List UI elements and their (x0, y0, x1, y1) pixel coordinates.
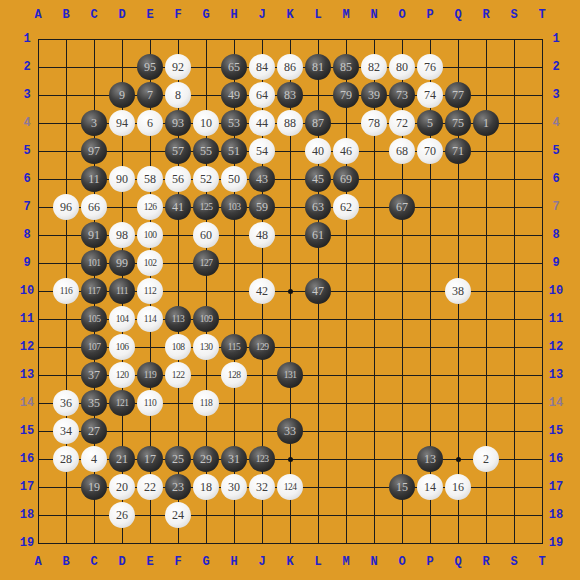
stone-white-108-F12: 108 (165, 334, 191, 360)
goban[interactable]: AABBCCDDEEFFGGHHJJKKLLMMNNOOPPQQRRSSTT11… (0, 0, 580, 580)
stone-black-23-F17: 23 (165, 474, 191, 500)
stone-black-5-P4: 5 (417, 110, 443, 136)
stone-white-122-F13: 122 (165, 362, 191, 388)
stone-black-61-L8: 61 (305, 222, 331, 248)
stone-white-126-E7: 126 (137, 194, 163, 220)
row-label-right-7: 7 (544, 200, 568, 214)
stone-white-36-B14: 36 (53, 390, 79, 416)
stone-white-22-E17: 22 (137, 474, 163, 500)
stone-black-75-Q4: 75 (445, 110, 471, 136)
stone-white-102-E9: 102 (137, 250, 163, 276)
row-label-right-15: 15 (544, 424, 568, 438)
stone-white-2-R16: 2 (473, 446, 499, 472)
stone-white-14-P17: 14 (417, 474, 443, 500)
row-label-left-19: 19 (15, 536, 39, 550)
stone-white-78-N4: 78 (361, 110, 387, 136)
row-label-right-3: 3 (544, 88, 568, 102)
stone-white-16-Q17: 16 (445, 474, 471, 500)
stone-black-69-M6: 69 (333, 166, 359, 192)
stone-white-52-G6: 52 (193, 166, 219, 192)
row-label-right-9: 9 (544, 256, 568, 270)
stone-black-107-C12: 107 (81, 334, 107, 360)
stone-black-81-L2: 81 (305, 54, 331, 80)
stone-white-34-B15: 34 (53, 418, 79, 444)
stone-white-96-B7: 96 (53, 194, 79, 220)
stone-black-97-C5: 97 (81, 138, 107, 164)
row-label-right-5: 5 (544, 144, 568, 158)
stone-black-35-C14: 35 (81, 390, 107, 416)
col-label-bottom-N: N (362, 555, 386, 569)
col-label-top-P: P (418, 8, 442, 22)
stone-white-46-M5: 46 (333, 138, 359, 164)
col-label-bottom-S: S (502, 555, 526, 569)
stone-black-21-D16: 21 (109, 446, 135, 472)
stone-white-54-J5: 54 (249, 138, 275, 164)
col-label-bottom-D: D (110, 555, 134, 569)
stone-black-63-L7: 63 (305, 194, 331, 220)
stone-white-8-F3: 8 (165, 82, 191, 108)
stone-white-48-J8: 48 (249, 222, 275, 248)
stone-black-19-C17: 19 (81, 474, 107, 500)
col-label-bottom-K: K (278, 555, 302, 569)
stone-black-13-P16: 13 (417, 446, 443, 472)
stone-black-55-G5: 55 (193, 138, 219, 164)
row-label-left-16: 16 (15, 452, 39, 466)
col-label-bottom-O: O (390, 555, 414, 569)
stone-black-115-H12: 115 (221, 334, 247, 360)
col-label-top-F: F (166, 8, 190, 22)
row-label-left-17: 17 (15, 480, 39, 494)
stone-white-60-G8: 60 (193, 222, 219, 248)
stone-black-67-O7: 67 (389, 194, 415, 220)
stone-black-39-N3: 39 (361, 82, 387, 108)
stone-black-43-J6: 43 (249, 166, 275, 192)
stone-black-121-D14: 121 (109, 390, 135, 416)
stone-black-101-C9: 101 (81, 250, 107, 276)
col-label-top-R: R (474, 8, 498, 22)
stone-black-123-J16: 123 (249, 446, 275, 472)
stone-black-25-F16: 25 (165, 446, 191, 472)
stone-black-87-L4: 87 (305, 110, 331, 136)
stone-white-114-E11: 114 (137, 306, 163, 332)
col-label-bottom-T: T (530, 555, 554, 569)
stone-black-129-J12: 129 (249, 334, 275, 360)
stone-white-88-K4: 88 (277, 110, 303, 136)
row-label-left-10: 10 (15, 284, 39, 298)
row-label-left-14: 14 (15, 396, 39, 410)
stone-black-15-O17: 15 (389, 474, 415, 500)
stone-white-118-G14: 118 (193, 390, 219, 416)
star-point-K16 (288, 457, 293, 462)
stone-white-4-C16: 4 (81, 446, 107, 472)
stone-white-80-O2: 80 (389, 54, 415, 80)
stone-black-95-E2: 95 (137, 54, 163, 80)
row-label-right-10: 10 (544, 284, 568, 298)
row-label-left-9: 9 (15, 256, 39, 270)
stone-black-17-E16: 17 (137, 446, 163, 472)
stone-black-111-D10: 111 (109, 278, 135, 304)
stone-black-113-F11: 113 (165, 306, 191, 332)
stone-black-3-C4: 3 (81, 110, 107, 136)
stone-black-29-G16: 29 (193, 446, 219, 472)
col-label-top-S: S (502, 8, 526, 22)
col-label-top-T: T (530, 8, 554, 22)
stone-white-90-D6: 90 (109, 166, 135, 192)
stone-white-62-M7: 62 (333, 194, 359, 220)
col-label-bottom-J: J (250, 555, 274, 569)
stone-black-85-M2: 85 (333, 54, 359, 80)
stone-black-59-J7: 59 (249, 194, 275, 220)
row-label-left-7: 7 (15, 200, 39, 214)
col-label-top-L: L (306, 8, 330, 22)
row-label-right-19: 19 (544, 536, 568, 550)
stone-black-77-Q3: 77 (445, 82, 471, 108)
stone-black-93-F4: 93 (165, 110, 191, 136)
stone-white-32-J17: 32 (249, 474, 275, 500)
col-label-top-Q: Q (446, 8, 470, 22)
stone-white-56-F6: 56 (165, 166, 191, 192)
stone-white-20-D17: 20 (109, 474, 135, 500)
stone-black-131-K13: 131 (277, 362, 303, 388)
row-label-left-8: 8 (15, 228, 39, 242)
stone-black-45-L6: 45 (305, 166, 331, 192)
stone-black-9-D3: 9 (109, 82, 135, 108)
row-label-left-2: 2 (15, 60, 39, 74)
stone-black-125-G7: 125 (193, 194, 219, 220)
stone-white-106-D12: 106 (109, 334, 135, 360)
stone-white-76-P2: 76 (417, 54, 443, 80)
row-label-right-18: 18 (544, 508, 568, 522)
stone-white-26-D18: 26 (109, 502, 135, 528)
row-label-left-3: 3 (15, 88, 39, 102)
row-label-right-2: 2 (544, 60, 568, 74)
stone-white-66-C7: 66 (81, 194, 107, 220)
row-label-right-12: 12 (544, 340, 568, 354)
stone-black-103-H7: 103 (221, 194, 247, 220)
stone-black-117-C10: 117 (81, 278, 107, 304)
row-label-left-11: 11 (15, 312, 39, 326)
stone-white-72-O4: 72 (389, 110, 415, 136)
stone-black-37-C13: 37 (81, 362, 107, 388)
stone-black-83-K3: 83 (277, 82, 303, 108)
stone-white-6-E4: 6 (137, 110, 163, 136)
stone-white-44-J4: 44 (249, 110, 275, 136)
col-label-top-A: A (26, 8, 50, 22)
stone-black-47-L10: 47 (305, 278, 331, 304)
row-label-right-11: 11 (544, 312, 568, 326)
stone-black-109-G11: 109 (193, 306, 219, 332)
stone-white-10-G4: 10 (193, 110, 219, 136)
stone-black-71-Q5: 71 (445, 138, 471, 164)
stone-black-27-C15: 27 (81, 418, 107, 444)
col-label-bottom-G: G (194, 555, 218, 569)
col-label-bottom-F: F (166, 555, 190, 569)
row-label-left-15: 15 (15, 424, 39, 438)
stone-white-120-D13: 120 (109, 362, 135, 388)
stone-black-51-H5: 51 (221, 138, 247, 164)
row-label-left-4: 4 (15, 116, 39, 130)
stone-black-33-K15: 33 (277, 418, 303, 444)
row-label-left-13: 13 (15, 368, 39, 382)
stone-white-28-B16: 28 (53, 446, 79, 472)
stone-black-119-E13: 119 (137, 362, 163, 388)
stone-black-73-O3: 73 (389, 82, 415, 108)
stone-black-7-E3: 7 (137, 82, 163, 108)
stone-white-50-H6: 50 (221, 166, 247, 192)
row-label-right-16: 16 (544, 452, 568, 466)
row-label-right-1: 1 (544, 32, 568, 46)
stone-black-49-H3: 49 (221, 82, 247, 108)
col-label-bottom-M: M (334, 555, 358, 569)
stone-white-110-E14: 110 (137, 390, 163, 416)
stone-white-98-D8: 98 (109, 222, 135, 248)
stone-black-105-C11: 105 (81, 306, 107, 332)
stone-white-92-F2: 92 (165, 54, 191, 80)
col-label-bottom-A: A (26, 555, 50, 569)
row-label-left-6: 6 (15, 172, 39, 186)
stone-white-70-P5: 70 (417, 138, 443, 164)
stone-white-64-J3: 64 (249, 82, 275, 108)
stone-white-58-E6: 58 (137, 166, 163, 192)
col-label-bottom-Q: Q (446, 555, 470, 569)
stone-black-79-M3: 79 (333, 82, 359, 108)
col-label-top-H: H (222, 8, 246, 22)
stone-white-74-P3: 74 (417, 82, 443, 108)
stone-white-130-G12: 130 (193, 334, 219, 360)
stone-white-40-L5: 40 (305, 138, 331, 164)
row-label-right-4: 4 (544, 116, 568, 130)
stone-white-86-K2: 86 (277, 54, 303, 80)
stone-white-30-H17: 30 (221, 474, 247, 500)
row-label-right-6: 6 (544, 172, 568, 186)
stone-white-68-O5: 68 (389, 138, 415, 164)
stone-white-38-Q10: 38 (445, 278, 471, 304)
col-label-top-B: B (54, 8, 78, 22)
row-label-left-5: 5 (15, 144, 39, 158)
stone-black-31-H16: 31 (221, 446, 247, 472)
stone-white-128-H13: 128 (221, 362, 247, 388)
stone-black-53-H4: 53 (221, 110, 247, 136)
stone-white-112-E10: 112 (137, 278, 163, 304)
col-label-bottom-B: B (54, 555, 78, 569)
stone-black-1-R4: 1 (473, 110, 499, 136)
col-label-top-D: D (110, 8, 134, 22)
row-label-left-18: 18 (15, 508, 39, 522)
stone-white-116-B10: 116 (53, 278, 79, 304)
stone-black-41-F7: 41 (165, 194, 191, 220)
col-label-bottom-R: R (474, 555, 498, 569)
row-label-right-14: 14 (544, 396, 568, 410)
col-label-top-E: E (138, 8, 162, 22)
col-label-top-N: N (362, 8, 386, 22)
stone-black-99-D9: 99 (109, 250, 135, 276)
col-label-top-J: J (250, 8, 274, 22)
stone-white-42-J10: 42 (249, 278, 275, 304)
col-label-bottom-L: L (306, 555, 330, 569)
row-label-left-12: 12 (15, 340, 39, 354)
col-label-bottom-P: P (418, 555, 442, 569)
stone-black-91-C8: 91 (81, 222, 107, 248)
col-label-top-C: C (82, 8, 106, 22)
stone-black-57-F5: 57 (165, 138, 191, 164)
col-label-bottom-H: H (222, 555, 246, 569)
stone-black-65-H2: 65 (221, 54, 247, 80)
stone-black-11-C6: 11 (81, 166, 107, 192)
row-label-right-8: 8 (544, 228, 568, 242)
col-label-bottom-E: E (138, 555, 162, 569)
row-label-right-13: 13 (544, 368, 568, 382)
star-point-K10 (288, 289, 293, 294)
star-point-Q16 (456, 457, 461, 462)
col-label-top-G: G (194, 8, 218, 22)
stone-white-84-J2: 84 (249, 54, 275, 80)
stone-white-94-D4: 94 (109, 110, 135, 136)
stone-white-82-N2: 82 (361, 54, 387, 80)
row-label-right-17: 17 (544, 480, 568, 494)
col-label-bottom-C: C (82, 555, 106, 569)
stone-black-127-G9: 127 (193, 250, 219, 276)
row-label-left-1: 1 (15, 32, 39, 46)
col-label-top-M: M (334, 8, 358, 22)
stone-white-24-F18: 24 (165, 502, 191, 528)
stone-white-18-G17: 18 (193, 474, 219, 500)
stone-white-104-D11: 104 (109, 306, 135, 332)
stone-white-124-K17: 124 (277, 474, 303, 500)
col-label-top-K: K (278, 8, 302, 22)
col-label-top-O: O (390, 8, 414, 22)
stone-white-100-E8: 100 (137, 222, 163, 248)
